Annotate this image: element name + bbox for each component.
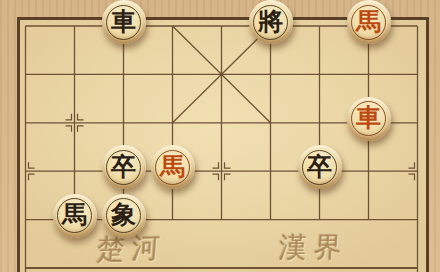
piece-glyph-black-horse: 馬 xyxy=(62,202,87,227)
piece-glyph-black-general: 將 xyxy=(258,9,283,34)
piece-black-horse[interactable]: 馬 xyxy=(53,194,97,238)
piece-black-chariot[interactable]: 車 xyxy=(102,0,146,44)
river-label-right: 漢界 xyxy=(278,229,351,267)
piece-red-horse-2[interactable]: 馬 xyxy=(151,145,195,189)
piece-black-elephant[interactable]: 象 xyxy=(102,194,146,238)
piece-glyph-red-chariot: 車 xyxy=(356,105,381,130)
piece-glyph-red-horse-1: 馬 xyxy=(356,9,381,34)
piece-glyph-black-chariot: 車 xyxy=(111,9,136,34)
piece-glyph-black-pawn-2: 卒 xyxy=(307,154,332,179)
xiangqi-board: 楚河 漢界 車將馬車卒馬卒馬象 xyxy=(0,0,440,272)
piece-black-general[interactable]: 將 xyxy=(249,0,293,44)
piece-red-horse-1[interactable]: 馬 xyxy=(347,0,391,44)
piece-glyph-black-elephant: 象 xyxy=(111,202,136,227)
piece-red-chariot[interactable]: 車 xyxy=(347,97,391,141)
piece-glyph-red-horse-2: 馬 xyxy=(160,154,185,179)
piece-black-pawn-1[interactable]: 卒 xyxy=(102,145,146,189)
piece-glyph-black-pawn-1: 卒 xyxy=(111,154,136,179)
piece-black-pawn-2[interactable]: 卒 xyxy=(298,145,342,189)
